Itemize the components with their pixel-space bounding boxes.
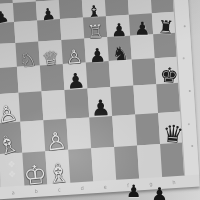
black-knight-f5[interactable]: ♞: [111, 44, 129, 63]
square-e7[interactable]: ♝: [82, 0, 106, 18]
chess-board-photo: ♟♟♝♖♟♟♜♘♕♙♟♞♟♚♙♟♗♙♛❖❖♔♗ abcdefgh ♟♟: [0, 0, 200, 200]
square-b1[interactable]: ♔: [22, 151, 47, 185]
square-g4[interactable]: [132, 58, 157, 85]
black-bishop-e7[interactable]: ♝: [86, 3, 101, 20]
square-c7[interactable]: ♟: [36, 0, 60, 20]
white-bishop-a2[interactable]: ♗: [0, 130, 21, 159]
black-pawn-g6[interactable]: ♟: [134, 20, 150, 38]
square-e3[interactable]: ♟: [87, 87, 112, 117]
black-pawn-e3[interactable]: ♟: [90, 97, 111, 120]
square-d6[interactable]: [60, 18, 84, 40]
square-a7[interactable]: ♟: [0, 3, 14, 23]
square-b6[interactable]: [14, 20, 38, 42]
square-g1[interactable]: [137, 144, 162, 178]
square-c3[interactable]: [42, 90, 67, 120]
square-g6[interactable]: ♟: [129, 13, 153, 35]
file-label-e: e: [93, 181, 117, 193]
white-pawn-d5[interactable]: ♙: [64, 47, 83, 67]
black-pawn-a7[interactable]: ♟: [0, 9, 10, 28]
file-label-d: d: [70, 182, 94, 194]
square-h2[interactable]: ♛: [158, 112, 183, 144]
square-g3[interactable]: [133, 84, 158, 114]
square-e1[interactable]: [91, 147, 116, 181]
file-label-a: a: [1, 187, 25, 199]
white-queen-c5[interactable]: ♕: [41, 48, 60, 69]
white-bishop-c1[interactable]: ♗: [45, 160, 70, 188]
square-h4[interactable]: ♚: [155, 57, 180, 84]
square-a3[interactable]: ♙: [0, 93, 20, 123]
square-b5[interactable]: ♘: [15, 41, 39, 66]
square-a4[interactable]: [0, 67, 19, 94]
square-b7[interactable]: [13, 2, 37, 22]
white-pawn-c2[interactable]: ♙: [43, 128, 67, 154]
square-f6[interactable]: ♟: [106, 15, 130, 37]
black-king-h4[interactable]: ♚: [159, 65, 179, 87]
square-f1[interactable]: [114, 145, 139, 179]
square-d2[interactable]: [66, 117, 91, 149]
white-rook-e6[interactable]: ♖: [87, 22, 104, 41]
square-d5[interactable]: ♙: [61, 39, 85, 64]
white-knight-b5[interactable]: ♘: [17, 49, 37, 70]
white-king-b1[interactable]: ♔: [22, 161, 48, 189]
square-d1[interactable]: [68, 148, 93, 182]
black-pawn-f6[interactable]: ♟: [110, 21, 127, 39]
captured-black-piece-1[interactable]: ♟: [126, 183, 141, 200]
square-b2[interactable]: [20, 120, 45, 152]
white-pawn-a3[interactable]: ♙: [0, 102, 19, 128]
black-pawn-e5[interactable]: ♟: [88, 45, 106, 65]
black-rook-h6[interactable]: ♜: [157, 18, 174, 37]
captured-black-piece-2[interactable]: ♟: [151, 185, 168, 200]
chess-grid: ♟♟♝♖♟♟♜♘♕♙♟♞♟♚♙♟♗♙♛❖❖♔♗: [0, 0, 185, 187]
square-c5[interactable]: ♕: [38, 40, 62, 65]
square-h6[interactable]: ♜: [152, 12, 176, 34]
square-f7[interactable]: [105, 0, 129, 16]
square-a5[interactable]: [0, 43, 17, 68]
square-c2[interactable]: ♙: [43, 119, 68, 151]
square-g2[interactable]: [135, 113, 160, 145]
square-d7[interactable]: [59, 0, 83, 19]
black-pawn-d4[interactable]: ♟: [65, 70, 85, 92]
square-f3[interactable]: [110, 86, 135, 116]
black-queen-h2[interactable]: ♛: [161, 122, 184, 148]
square-f2[interactable]: [112, 115, 137, 147]
black-pawn-c7[interactable]: ♟: [40, 6, 56, 24]
square-b3[interactable]: [19, 91, 44, 121]
board-frame: ♟♟♝♖♟♟♜♘♕♙♟♞♟♚♙♟♗♙♛❖❖♔♗ abcdefgh: [0, 0, 200, 199]
